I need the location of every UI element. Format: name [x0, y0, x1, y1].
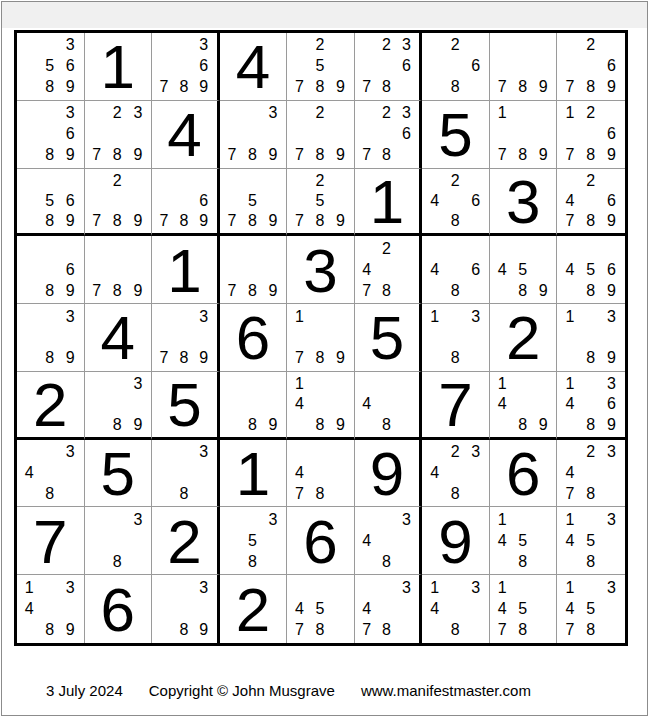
cell-r1c4[interactable]: 4 — [220, 33, 288, 101]
candidate-empty — [377, 577, 397, 598]
cell-r1c2[interactable]: 1 — [85, 33, 153, 101]
cell-r3c1[interactable]: 5689 — [17, 169, 85, 237]
cell-r7c2[interactable]: 5 — [85, 440, 153, 508]
candidate-8: 8 — [377, 620, 397, 641]
candidate-empty — [242, 124, 263, 145]
cell-r3c7[interactable]: 2468 — [422, 169, 490, 237]
cell-r4c4[interactable]: 789 — [220, 236, 288, 304]
pencil-marks: 389 — [154, 577, 214, 641]
candidate-4: 4 — [424, 259, 445, 280]
candidate-2: 2 — [310, 35, 331, 56]
cell-r5c2[interactable]: 4 — [85, 304, 153, 372]
candidate-1: 1 — [492, 577, 513, 598]
cell-r2c8[interactable]: 1789 — [490, 101, 558, 169]
candidate-empty — [559, 171, 580, 191]
candidate-empty — [289, 191, 310, 211]
candidate-empty — [128, 238, 149, 259]
candidate-empty — [40, 124, 61, 145]
candidate-8: 8 — [310, 348, 331, 369]
candidate-empty — [445, 306, 466, 327]
cell-r8c6[interactable]: 348 — [355, 507, 423, 575]
pencil-marks: 789 — [87, 238, 149, 301]
candidate-4: 4 — [559, 394, 580, 414]
candidate-2: 2 — [310, 103, 331, 124]
candidate-empty — [154, 35, 174, 56]
candidate-empty — [559, 35, 580, 56]
candidate-empty — [492, 280, 513, 301]
candidate-empty — [465, 484, 486, 505]
candidate-4: 4 — [492, 598, 513, 619]
candidate-empty — [107, 124, 128, 145]
cell-r5c3[interactable]: 3789 — [152, 304, 220, 372]
candidate-4: 4 — [424, 191, 445, 211]
cell-r1c9[interactable]: 26789 — [557, 33, 625, 101]
candidate-empty — [424, 348, 445, 369]
pencil-marks: 134689 — [559, 374, 622, 435]
candidate-2: 2 — [580, 171, 601, 191]
cell-r2c9[interactable]: 126789 — [557, 101, 625, 169]
candidate-empty — [194, 171, 214, 191]
candidate-empty — [128, 259, 149, 280]
candidate-empty — [128, 394, 149, 414]
candidate-7: 7 — [289, 145, 310, 166]
pencil-marks: 5689 — [19, 171, 81, 232]
candidate-3: 3 — [263, 103, 284, 124]
cell-r1c6[interactable]: 23678 — [355, 33, 423, 101]
candidate-empty — [194, 327, 214, 348]
candidate-9: 9 — [601, 77, 622, 98]
candidate-empty — [580, 238, 601, 259]
candidate-empty — [424, 171, 445, 191]
cell-r5c6[interactable]: 5 — [355, 304, 423, 372]
cell-r7c4[interactable]: 1 — [220, 440, 288, 508]
cell-r5c9[interactable]: 1389 — [557, 304, 625, 372]
candidate-empty — [396, 259, 416, 280]
candidate-empty — [19, 124, 40, 145]
cell-r7c3[interactable]: 38 — [152, 440, 220, 508]
candidate-empty — [512, 124, 533, 145]
pencil-marks: 48 — [357, 374, 417, 435]
candidate-empty — [60, 598, 81, 619]
candidate-empty — [424, 280, 445, 301]
solved-digit: 4 — [167, 104, 201, 166]
candidate-8: 8 — [107, 280, 128, 301]
cell-r2c1[interactable]: 3689 — [17, 101, 85, 169]
candidate-empty — [107, 530, 128, 551]
cell-r5c7[interactable]: 138 — [422, 304, 490, 372]
candidate-empty — [533, 598, 554, 619]
candidate-empty — [533, 509, 554, 530]
candidate-empty — [601, 35, 622, 56]
candidate-empty — [559, 124, 580, 145]
pencil-marks: 2789 — [289, 103, 351, 166]
cell-r1c3[interactable]: 36789 — [152, 33, 220, 101]
candidate-4: 4 — [424, 463, 445, 484]
cell-r4c1[interactable]: 689 — [17, 236, 85, 304]
candidate-empty — [222, 509, 243, 530]
cell-r9c8[interactable]: 14578 — [490, 575, 558, 643]
cell-r8c8[interactable]: 1458 — [490, 507, 558, 575]
cell-r4c9[interactable]: 45689 — [557, 236, 625, 304]
candidate-empty — [580, 124, 601, 145]
candidate-9: 9 — [60, 348, 81, 369]
candidate-4: 4 — [19, 598, 40, 619]
candidate-empty — [465, 598, 486, 619]
candidate-3: 3 — [396, 35, 416, 56]
candidate-empty — [424, 211, 445, 231]
cell-r3c9[interactable]: 246789 — [557, 169, 625, 237]
candidate-1: 1 — [19, 577, 40, 598]
candidate-8: 8 — [377, 280, 397, 301]
candidate-empty — [601, 171, 622, 191]
candidate-4: 4 — [492, 530, 513, 551]
pencil-marks: 348 — [19, 442, 81, 505]
candidate-9: 9 — [263, 211, 284, 231]
candidate-7: 7 — [87, 211, 108, 231]
candidate-6: 6 — [396, 56, 416, 77]
candidate-empty — [263, 394, 284, 414]
cell-r7c5[interactable]: 478 — [287, 440, 355, 508]
candidate-8: 8 — [310, 414, 331, 434]
candidate-2: 2 — [580, 442, 601, 463]
cell-r1c7[interactable]: 268 — [422, 33, 490, 101]
cell-r7c9[interactable]: 23478 — [557, 440, 625, 508]
candidate-empty — [424, 35, 445, 56]
cell-r2c3[interactable]: 4 — [152, 101, 220, 169]
cell-r4c2[interactable]: 789 — [85, 236, 153, 304]
candidate-4: 4 — [357, 259, 377, 280]
candidate-8: 8 — [580, 551, 601, 572]
candidate-empty — [19, 191, 40, 211]
candidate-empty — [445, 259, 466, 280]
candidate-empty — [465, 620, 486, 641]
cell-r6c8[interactable]: 1489 — [490, 372, 558, 440]
candidate-empty — [19, 259, 40, 280]
candidate-9: 9 — [601, 414, 622, 434]
candidate-empty — [330, 327, 351, 348]
candidate-empty — [559, 348, 580, 369]
cell-r9c7[interactable]: 1348 — [422, 575, 490, 643]
solved-digit: 6 — [506, 443, 540, 505]
cell-r9c5[interactable]: 4578 — [287, 575, 355, 643]
pencil-marks: 1789 — [289, 306, 351, 369]
candidate-9: 9 — [601, 280, 622, 301]
candidate-7: 7 — [289, 620, 310, 641]
candidate-empty — [396, 280, 416, 301]
candidate-4: 4 — [357, 394, 377, 414]
candidate-1: 1 — [289, 374, 310, 394]
cell-r9c9[interactable]: 134578 — [557, 575, 625, 643]
cell-r9c1[interactable]: 13489 — [17, 575, 85, 643]
candidate-6: 6 — [601, 191, 622, 211]
cell-r8c2[interactable]: 38 — [85, 507, 153, 575]
candidate-4: 4 — [19, 463, 40, 484]
candidate-8: 8 — [512, 77, 533, 98]
cell-r1c8[interactable]: 789 — [490, 33, 558, 101]
candidate-empty — [107, 394, 128, 414]
candidate-empty — [512, 238, 533, 259]
candidate-8: 8 — [107, 145, 128, 166]
candidate-1: 1 — [289, 306, 310, 327]
candidate-empty — [128, 124, 149, 145]
candidate-9: 9 — [194, 620, 214, 641]
candidate-empty — [559, 551, 580, 572]
candidate-8: 8 — [445, 211, 466, 231]
cell-r8c7[interactable]: 9 — [422, 507, 490, 575]
candidate-empty — [396, 620, 416, 641]
candidate-7: 7 — [559, 145, 580, 166]
candidate-9: 9 — [330, 145, 351, 166]
candidate-2: 2 — [310, 171, 331, 191]
cell-r5c1[interactable]: 389 — [17, 304, 85, 372]
cell-r8c5[interactable]: 6 — [287, 507, 355, 575]
candidate-8: 8 — [445, 620, 466, 641]
candidate-empty — [154, 171, 174, 191]
pencil-marks: 2478 — [357, 238, 417, 301]
candidate-1: 1 — [492, 509, 513, 530]
candidate-empty — [377, 124, 397, 145]
pencil-marks: 789 — [222, 238, 284, 301]
solved-digit: 5 — [438, 104, 472, 166]
solved-digit: 2 — [506, 307, 540, 369]
candidate-7: 7 — [559, 484, 580, 505]
candidate-8: 8 — [242, 414, 263, 434]
candidate-empty — [512, 374, 533, 394]
candidate-empty — [19, 484, 40, 505]
candidate-empty — [60, 327, 81, 348]
cell-r2c7[interactable]: 5 — [422, 101, 490, 169]
candidate-7: 7 — [357, 77, 377, 98]
candidate-7: 7 — [357, 145, 377, 166]
candidate-9: 9 — [263, 280, 284, 301]
candidate-empty — [310, 124, 331, 145]
cell-r6c1[interactable]: 2 — [17, 372, 85, 440]
candidate-empty — [128, 171, 149, 191]
candidate-empty — [40, 327, 61, 348]
candidate-empty — [396, 145, 416, 166]
cell-r4c5[interactable]: 3 — [287, 236, 355, 304]
candidate-empty — [424, 56, 445, 77]
candidate-8: 8 — [580, 620, 601, 641]
footer-website: www.manifestmaster.com — [361, 682, 531, 699]
cell-r2c5[interactable]: 2789 — [287, 101, 355, 169]
cell-r6c3[interactable]: 5 — [152, 372, 220, 440]
candidate-3: 3 — [60, 103, 81, 124]
candidate-3: 3 — [60, 577, 81, 598]
candidate-5: 5 — [580, 598, 601, 619]
candidate-9: 9 — [194, 211, 214, 231]
candidate-9: 9 — [60, 211, 81, 231]
pencil-marks: 348 — [357, 509, 417, 572]
candidate-7: 7 — [222, 145, 243, 166]
pencil-marks: 2789 — [87, 171, 149, 232]
candidate-8: 8 — [40, 280, 61, 301]
candidate-3: 3 — [601, 509, 622, 530]
pencil-marks: 2348 — [424, 442, 486, 505]
candidate-empty — [263, 259, 284, 280]
candidate-empty — [357, 577, 377, 598]
cell-r5c8[interactable]: 2 — [490, 304, 558, 372]
cell-r1c5[interactable]: 25789 — [287, 33, 355, 101]
candidate-empty — [512, 394, 533, 414]
candidate-empty — [174, 442, 194, 463]
candidate-7: 7 — [492, 145, 513, 166]
candidate-7: 7 — [222, 211, 243, 231]
candidate-8: 8 — [580, 348, 601, 369]
solved-digit: 6 — [236, 307, 270, 369]
candidate-7: 7 — [289, 77, 310, 98]
cell-r5c5[interactable]: 1789 — [287, 304, 355, 372]
candidate-3: 3 — [60, 442, 81, 463]
candidate-6: 6 — [465, 259, 486, 280]
candidate-empty — [154, 191, 174, 211]
pencil-marks: 6789 — [154, 171, 214, 232]
candidate-3: 3 — [194, 35, 214, 56]
candidate-empty — [465, 171, 486, 191]
candidate-empty — [601, 598, 622, 619]
cell-r4c6[interactable]: 2478 — [355, 236, 423, 304]
candidate-empty — [424, 442, 445, 463]
candidate-8: 8 — [580, 145, 601, 166]
candidate-empty — [580, 56, 601, 77]
candidate-empty — [465, 348, 486, 369]
pencil-marks: 4589 — [492, 238, 554, 301]
candidate-empty — [40, 463, 61, 484]
candidate-empty — [580, 463, 601, 484]
cell-r2c2[interactable]: 23789 — [85, 101, 153, 169]
cell-r8c3[interactable]: 2 — [152, 507, 220, 575]
cell-r3c4[interactable]: 5789 — [220, 169, 288, 237]
cell-r4c8[interactable]: 4589 — [490, 236, 558, 304]
candidate-empty — [492, 238, 513, 259]
candidate-8: 8 — [310, 211, 331, 231]
candidate-empty — [222, 259, 243, 280]
candidate-empty — [445, 238, 466, 259]
cell-r9c6[interactable]: 3478 — [355, 575, 423, 643]
cell-r1c1[interactable]: 35689 — [17, 33, 85, 101]
cell-r9c4[interactable]: 2 — [220, 575, 288, 643]
pencil-marks: 38 — [154, 442, 214, 505]
candidate-empty — [19, 171, 40, 191]
pencil-marks: 13489 — [19, 577, 81, 641]
candidate-empty — [396, 530, 416, 551]
pencil-marks: 26789 — [559, 35, 622, 98]
cell-r7c8[interactable]: 6 — [490, 440, 558, 508]
candidate-empty — [377, 394, 397, 414]
candidate-empty — [222, 191, 243, 211]
cell-r6c7[interactable]: 7 — [422, 372, 490, 440]
cell-r3c3[interactable]: 6789 — [152, 169, 220, 237]
sudoku-board: 3568913678942578923678268789267893689237… — [14, 30, 628, 646]
cell-r3c5[interactable]: 25789 — [287, 169, 355, 237]
candidate-8: 8 — [174, 620, 194, 641]
candidate-3: 3 — [601, 306, 622, 327]
cell-r3c8[interactable]: 3 — [490, 169, 558, 237]
candidate-5: 5 — [242, 530, 263, 551]
cell-r6c4[interactable]: 89 — [220, 372, 288, 440]
candidate-4: 4 — [424, 598, 445, 619]
candidate-9: 9 — [601, 145, 622, 166]
cell-r8c9[interactable]: 13458 — [557, 507, 625, 575]
cell-r2c4[interactable]: 3789 — [220, 101, 288, 169]
candidate-empty — [465, 77, 486, 98]
candidate-3: 3 — [465, 442, 486, 463]
cell-r9c3[interactable]: 389 — [152, 575, 220, 643]
cell-r4c3[interactable]: 1 — [152, 236, 220, 304]
cell-r5c4[interactable]: 6 — [220, 304, 288, 372]
pencil-marks: 789 — [492, 35, 554, 98]
cell-r7c7[interactable]: 2348 — [422, 440, 490, 508]
candidate-empty — [377, 598, 397, 619]
cell-r6c5[interactable]: 1489 — [287, 372, 355, 440]
pencil-marks: 1489 — [492, 374, 554, 435]
candidate-2: 2 — [580, 35, 601, 56]
candidate-7: 7 — [492, 77, 513, 98]
candidate-empty — [465, 211, 486, 231]
candidate-2: 2 — [377, 238, 397, 259]
candidate-3: 3 — [465, 577, 486, 598]
candidate-6: 6 — [60, 259, 81, 280]
cell-r7c6[interactable]: 9 — [355, 440, 423, 508]
candidate-9: 9 — [601, 211, 622, 231]
candidate-2: 2 — [445, 171, 466, 191]
candidate-empty — [533, 551, 554, 572]
page: 3568913678942578923678268789267893689237… — [1, 1, 648, 716]
candidate-empty — [330, 394, 351, 414]
candidate-4: 4 — [492, 394, 513, 414]
candidate-8: 8 — [310, 484, 331, 505]
pencil-marks: 358 — [222, 509, 284, 572]
candidate-empty — [512, 103, 533, 124]
cell-r6c6[interactable]: 48 — [355, 372, 423, 440]
candidate-empty — [242, 103, 263, 124]
cell-r6c2[interactable]: 389 — [85, 372, 153, 440]
candidate-7: 7 — [154, 211, 174, 231]
cell-r2c6[interactable]: 23678 — [355, 101, 423, 169]
pencil-marks: 14578 — [492, 577, 554, 641]
candidate-1: 1 — [492, 374, 513, 394]
candidate-empty — [559, 238, 580, 259]
cell-r8c1[interactable]: 7 — [17, 507, 85, 575]
candidate-1: 1 — [559, 374, 580, 394]
candidate-empty — [19, 620, 40, 641]
candidate-9: 9 — [128, 414, 149, 434]
candidate-empty — [19, 56, 40, 77]
cell-r7c1[interactable]: 348 — [17, 440, 85, 508]
cell-r3c6[interactable]: 1 — [355, 169, 423, 237]
cell-r3c2[interactable]: 2789 — [85, 169, 153, 237]
candidate-3: 3 — [396, 509, 416, 530]
cell-r9c2[interactable]: 6 — [85, 575, 153, 643]
pencil-marks: 689 — [19, 238, 81, 301]
pencil-marks: 1789 — [492, 103, 554, 166]
candidate-empty — [87, 394, 108, 414]
cell-r8c4[interactable]: 358 — [220, 507, 288, 575]
footer: 3 July 2024 Copyright © John Musgrave ww… — [46, 681, 531, 699]
candidate-empty — [396, 238, 416, 259]
candidate-empty — [601, 463, 622, 484]
candidate-7: 7 — [289, 348, 310, 369]
candidate-empty — [601, 103, 622, 124]
candidate-empty — [330, 306, 351, 327]
cell-r4c7[interactable]: 468 — [422, 236, 490, 304]
candidate-empty — [289, 442, 310, 463]
cell-r6c9[interactable]: 134689 — [557, 372, 625, 440]
solved-digit: 2 — [236, 579, 270, 641]
candidate-empty — [377, 374, 397, 394]
candidate-6: 6 — [60, 124, 81, 145]
candidate-7: 7 — [559, 77, 580, 98]
